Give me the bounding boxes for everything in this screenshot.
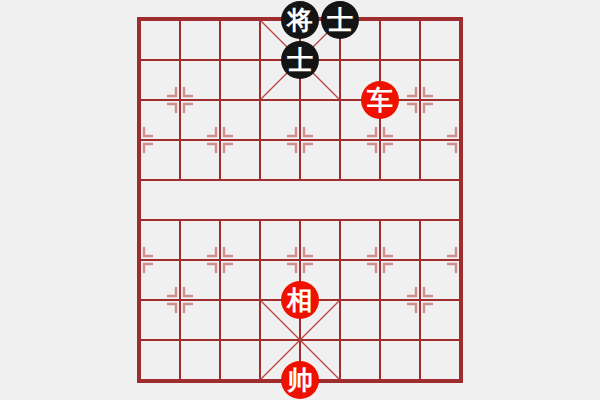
piece-black-general[interactable]: 将 bbox=[281, 1, 319, 39]
piece-red-elephant[interactable]: 相 bbox=[281, 281, 319, 319]
piece-black-advisor-1[interactable]: 士 bbox=[321, 1, 359, 39]
piece-red-chariot[interactable]: 车 bbox=[361, 81, 399, 119]
piece-black-advisor-2[interactable]: 士 bbox=[281, 41, 319, 79]
xiangqi-board[interactable]: 将士士车相帅 bbox=[120, 0, 480, 400]
xiangqi-app: 将士士车相帅 bbox=[0, 0, 600, 400]
piece-red-general[interactable]: 帅 bbox=[281, 361, 319, 399]
